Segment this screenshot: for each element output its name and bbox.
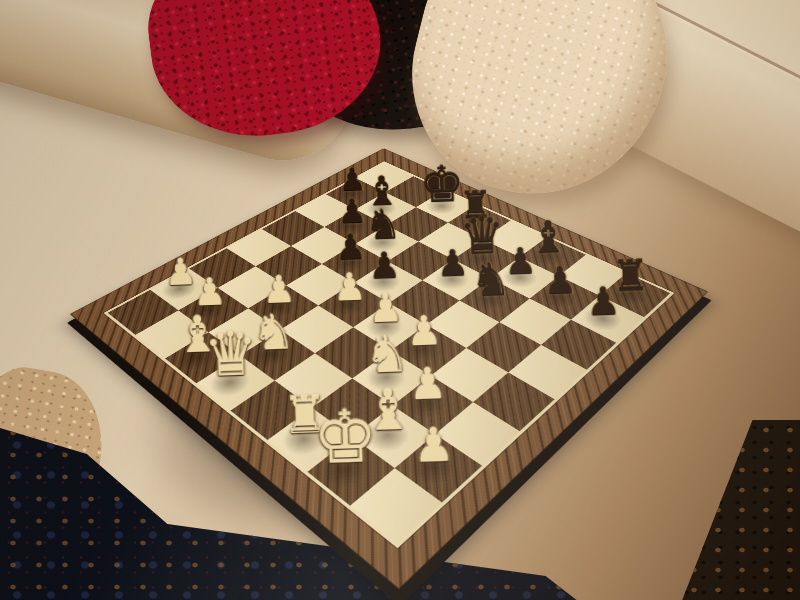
piece-white-pawn-e4[interactable]: ♟ bbox=[368, 289, 404, 328]
piece-white-pawn-h2[interactable]: ♟ bbox=[412, 422, 455, 469]
piece-black-pawn-h7[interactable]: ♟ bbox=[586, 281, 622, 320]
piece-white-pawn-g3[interactable]: ♟ bbox=[408, 362, 448, 406]
photo-scene: ♚♜♝♜♟♝♛♟♟♟♟♞♟♞♟♟♟♟♟♟♞♟♟♟♞♝♟♝♛♜♚ bbox=[0, 0, 800, 600]
piece-white-pawn-f4[interactable]: ♟ bbox=[405, 311, 442, 352]
piece-white-king-g1[interactable]: ♚ bbox=[312, 400, 379, 474]
piece-white-knight-d2[interactable]: ♞ bbox=[251, 308, 296, 358]
piece-white-queen-d1[interactable]: ♛ bbox=[203, 325, 259, 387]
piece-white-knight-f3[interactable]: ♞ bbox=[364, 329, 410, 380]
